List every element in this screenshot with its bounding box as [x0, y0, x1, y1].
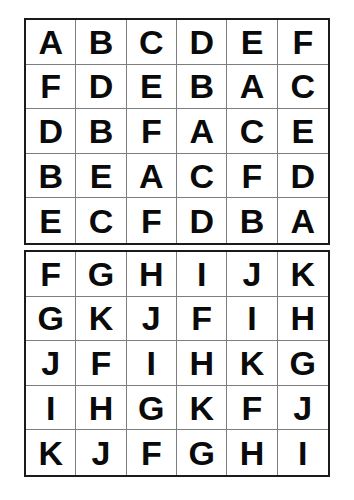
grid-cell-r1c4: I — [177, 252, 227, 297]
grid-cell-r1c5: E — [227, 20, 277, 65]
grid-cell-r3c5: C — [227, 109, 277, 154]
grid-cell-r4c3: A — [127, 154, 177, 199]
grid-cell-r3c2: B — [76, 109, 126, 154]
grid-cell-r3c6: E — [278, 109, 328, 154]
grid-cell-r1c2: G — [76, 252, 126, 297]
grid-cell-r5c2: J — [76, 430, 126, 475]
grid-cell-r1c6: F — [278, 20, 328, 65]
letter-grid-a-to-f: ABCDEFFDEBACDBFACEBEACFDECFDBA — [24, 18, 330, 245]
grid-cell-r4c2: E — [76, 154, 126, 199]
grid-cell-r5c1: K — [26, 430, 76, 475]
grid-cell-r2c1: F — [26, 65, 76, 110]
grid-cell-r2c3: E — [127, 65, 177, 110]
grid-cell-r1c6: K — [278, 252, 328, 297]
grid-cell-r1c2: B — [76, 20, 126, 65]
grid-cell-r3c3: I — [127, 341, 177, 386]
grid-cell-r5c3: F — [127, 198, 177, 243]
grid-cell-r5c4: D — [177, 198, 227, 243]
grid-cell-r5c4: G — [177, 430, 227, 475]
grid-cell-r3c2: F — [76, 341, 126, 386]
grid-cell-r1c4: D — [177, 20, 227, 65]
grid-cell-r3c1: J — [26, 341, 76, 386]
letter-grid-f-to-k: FGHIJKGKJFIHJFIHKGIHGKFJKJFGHI — [24, 250, 330, 477]
grid-cell-r2c2: D — [76, 65, 126, 110]
grid-cell-r2c3: J — [127, 297, 177, 342]
worksheet-page: { "game": "letter-grid matching puzzle (… — [0, 0, 354, 500]
grid-cell-r4c5: F — [227, 154, 277, 199]
grid-cell-r1c1: A — [26, 20, 76, 65]
grid-cell-r2c1: G — [26, 297, 76, 342]
grid-cell-r4c3: G — [127, 386, 177, 431]
grid-cell-r5c3: F — [127, 430, 177, 475]
grid-cell-r4c6: J — [278, 386, 328, 431]
grid-cell-r4c1: B — [26, 154, 76, 199]
grid-cell-r5c6: I — [278, 430, 328, 475]
grid-cell-r3c3: F — [127, 109, 177, 154]
grid-cell-r3c4: H — [177, 341, 227, 386]
grid-cell-r2c4: F — [177, 297, 227, 342]
grid-cell-r3c4: A — [177, 109, 227, 154]
grid-cell-r4c1: I — [26, 386, 76, 431]
grid-cell-r2c6: C — [278, 65, 328, 110]
grid-cell-r5c5: H — [227, 430, 277, 475]
grid-cell-r1c3: H — [127, 252, 177, 297]
grid-cell-r4c4: K — [177, 386, 227, 431]
grid-cell-r4c5: F — [227, 386, 277, 431]
grid-cell-r3c5: K — [227, 341, 277, 386]
grid-cell-r1c3: C — [127, 20, 177, 65]
grid-cell-r2c2: K — [76, 297, 126, 342]
grid-cell-r1c1: F — [26, 252, 76, 297]
grid-cell-r5c5: B — [227, 198, 277, 243]
grid-cell-r2c6: H — [278, 297, 328, 342]
grid-cell-r2c5: I — [227, 297, 277, 342]
grid-cell-r4c4: C — [177, 154, 227, 199]
grid-cell-r3c6: G — [278, 341, 328, 386]
grid-cell-r2c4: B — [177, 65, 227, 110]
grid-cell-r1c5: J — [227, 252, 277, 297]
grid-cell-r3c1: D — [26, 109, 76, 154]
grid-cell-r2c5: A — [227, 65, 277, 110]
grid-cell-r5c6: A — [278, 198, 328, 243]
grid-cell-r4c2: H — [76, 386, 126, 431]
grid-cell-r5c2: C — [76, 198, 126, 243]
grid-cell-r4c6: D — [278, 154, 328, 199]
grid-cell-r5c1: E — [26, 198, 76, 243]
